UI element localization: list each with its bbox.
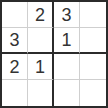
cell-r3c4[interactable] <box>80 54 106 80</box>
cell-r1c3[interactable]: 3 <box>54 2 80 28</box>
cell-r1c4[interactable] <box>80 2 106 28</box>
cell-r4c3[interactable] <box>54 80 80 106</box>
cell-r1c2[interactable]: 2 <box>28 2 54 28</box>
cell-r2c2[interactable] <box>28 28 54 54</box>
cell-r2c4[interactable] <box>80 28 106 54</box>
cell-r4c4[interactable] <box>80 80 106 106</box>
cell-r4c1[interactable] <box>2 80 28 106</box>
sudoku-board: 2 3 3 1 2 1 <box>0 0 108 108</box>
cell-r2c3[interactable]: 1 <box>54 28 80 54</box>
cell-r3c2[interactable]: 1 <box>28 54 54 80</box>
cell-r2c1[interactable]: 3 <box>2 28 28 54</box>
cell-r1c1[interactable] <box>2 2 28 28</box>
cell-r3c1[interactable]: 2 <box>2 54 28 80</box>
cell-r3c3[interactable] <box>54 54 80 80</box>
cell-r4c2[interactable] <box>28 80 54 106</box>
